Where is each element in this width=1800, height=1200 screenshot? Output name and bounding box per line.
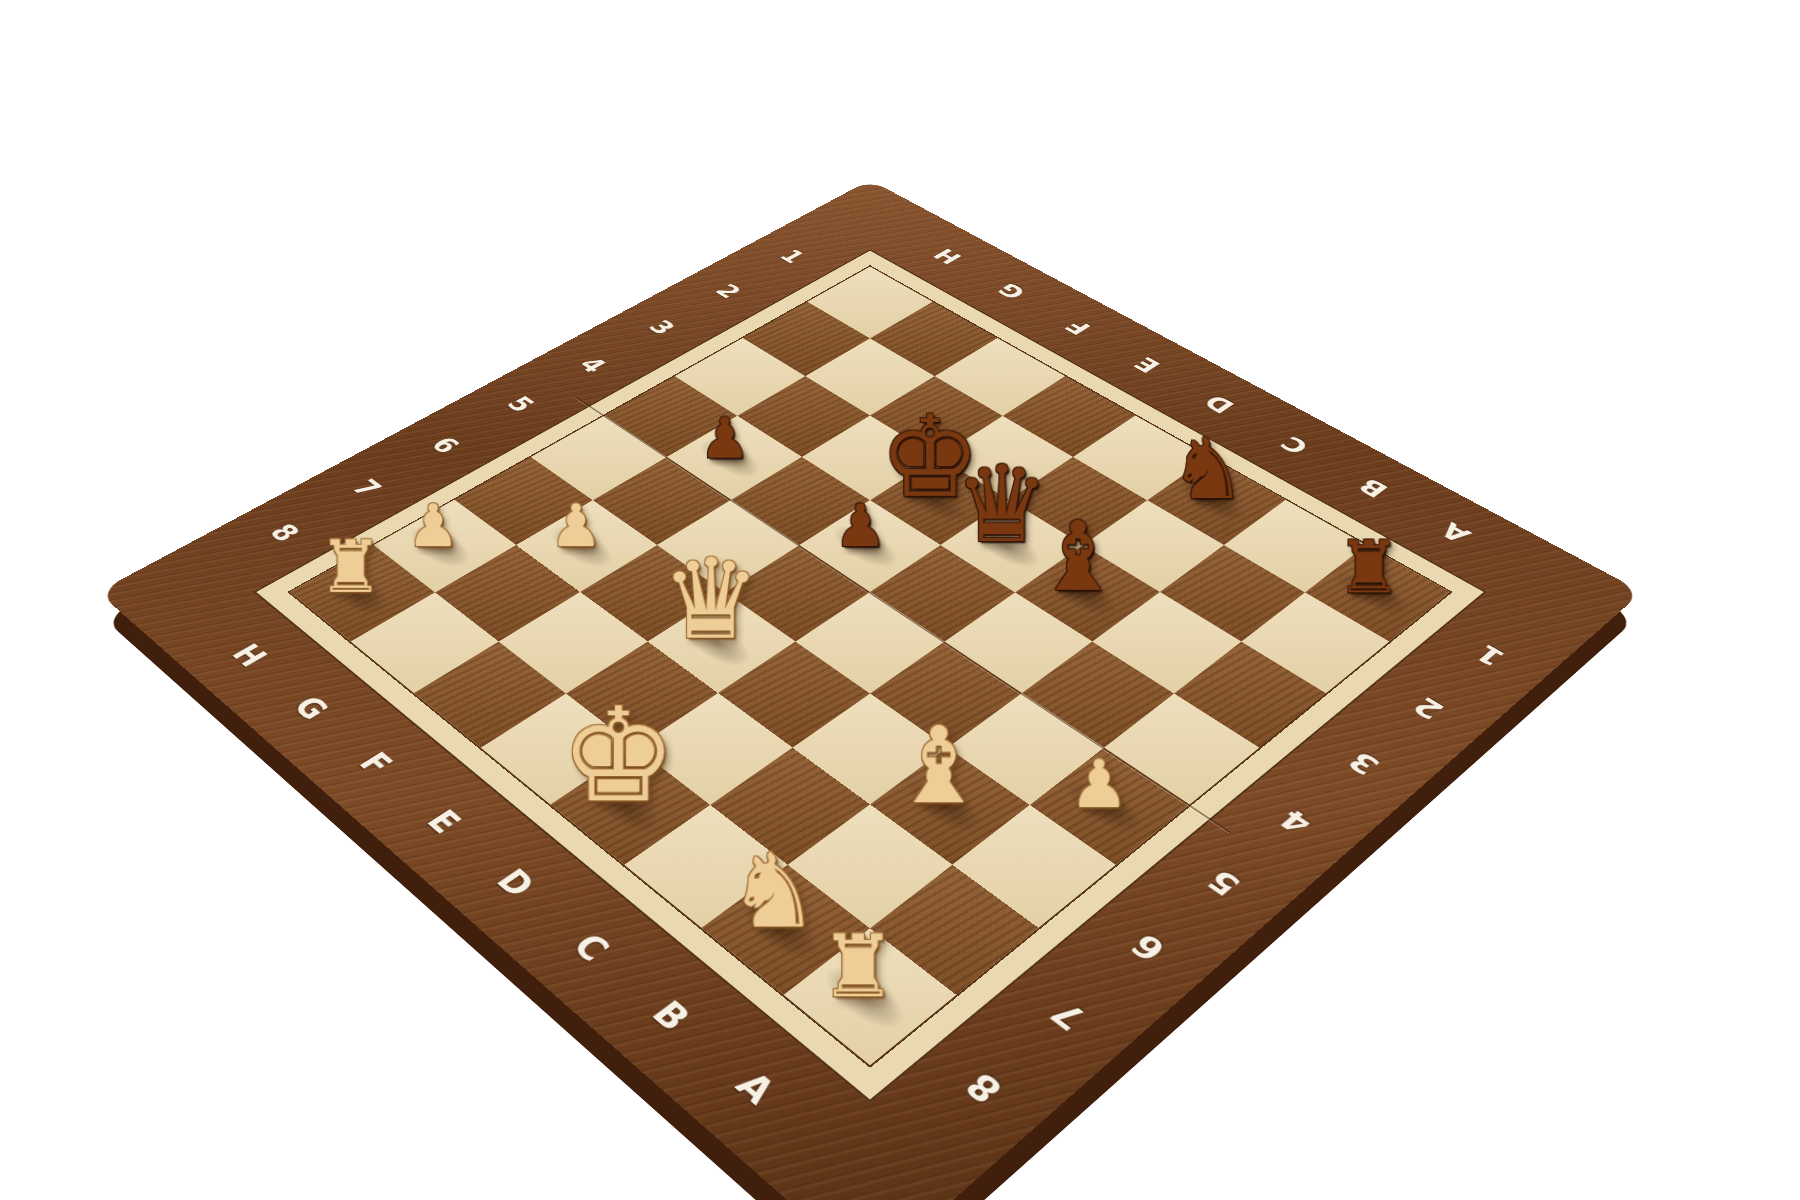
rank-label-left-3: 3 <box>625 306 699 349</box>
file-label-bottom-H: H <box>206 626 293 686</box>
chess-board: ♞♜♚♛♝♟♟♟♟♛♝♟♜♚♞♜ 11HH22GG33FF44EE55DD66C… <box>98 180 1642 1200</box>
square-e4[interactable]: ♟ <box>799 500 941 592</box>
file-label-bottom-G: G <box>267 677 357 740</box>
file-label-top-B: B <box>1332 463 1413 514</box>
square-h1[interactable] <box>808 267 933 338</box>
white-knight-b8[interactable]: ♞ <box>728 840 820 943</box>
rank-label-right-3: 3 <box>1318 731 1410 797</box>
file-label-bottom-F: F <box>330 731 422 797</box>
white-king-d8[interactable]: ♚ <box>560 690 677 820</box>
file-label-top-C: C <box>1255 421 1334 470</box>
rank-label-left-7: 7 <box>327 463 408 514</box>
white-bishop-b6[interactable]: ♝ <box>891 713 986 819</box>
file-label-top-A: A <box>1414 506 1496 559</box>
rank-label-right-1: 1 <box>1447 626 1534 686</box>
rank-label-right-2: 2 <box>1384 677 1474 740</box>
rank-label-left-8: 8 <box>244 506 326 559</box>
rank-label-left-1: 1 <box>757 236 828 276</box>
rank-label-left-5: 5 <box>482 381 559 428</box>
rank-label-right-8: 8 <box>932 1045 1037 1131</box>
rank-label-right-6: 6 <box>1099 909 1198 986</box>
rank-label-left-6: 6 <box>406 421 485 470</box>
black-knight-c1[interactable]: ♞ <box>1170 427 1246 511</box>
file-label-bottom-D: D <box>468 847 565 920</box>
rank-label-right-5: 5 <box>1176 847 1273 920</box>
white-pawn-g6[interactable]: ♟ <box>549 496 602 555</box>
white-queen-e6[interactable]: ♛ <box>661 544 760 655</box>
rank-label-right-7: 7 <box>1018 975 1120 1057</box>
black-pawn-g4[interactable]: ♟ <box>699 410 749 466</box>
black-pawn-e4[interactable]: ♟ <box>834 496 887 555</box>
file-label-bottom-C: C <box>542 909 641 986</box>
white-pawn-h7[interactable]: ♟ <box>407 496 460 555</box>
white-rook-h8[interactable]: ♜ <box>318 531 383 603</box>
file-label-top-H: H <box>912 236 983 276</box>
file-label-top-G: G <box>975 270 1048 311</box>
photo-scene: ♞♜♚♛♝♟♟♟♟♛♝♟♜♚♞♜ 11HH22GG33FF44EE55DD66C… <box>0 0 1800 1200</box>
playing-field: ♞♜♚♛♝♟♟♟♟♛♝♟♜♚♞♜ <box>287 265 1452 1068</box>
rank-label-right-4: 4 <box>1249 787 1343 857</box>
white-pawn-a5[interactable]: ♟ <box>1069 750 1128 816</box>
square-c3[interactable]: ♝ <box>1015 545 1160 641</box>
black-bishop-c3[interactable]: ♝ <box>1035 508 1121 604</box>
file-label-bottom-A: A <box>703 1045 808 1131</box>
black-rook-a1[interactable]: ♜ <box>1336 531 1401 603</box>
file-label-bottom-E: E <box>397 787 491 857</box>
maple-border-band: ♞♜♚♛♝♟♟♟♟♛♝♟♜♚♞♜ <box>253 249 1486 1102</box>
white-rook-a8[interactable]: ♜ <box>819 923 896 1009</box>
file-label-top-E: E <box>1109 343 1185 388</box>
file-label-bottom-B: B <box>620 975 722 1057</box>
rank-label-left-4: 4 <box>555 343 631 388</box>
file-label-top-F: F <box>1041 306 1115 349</box>
rank-label-left-2: 2 <box>692 270 765 311</box>
